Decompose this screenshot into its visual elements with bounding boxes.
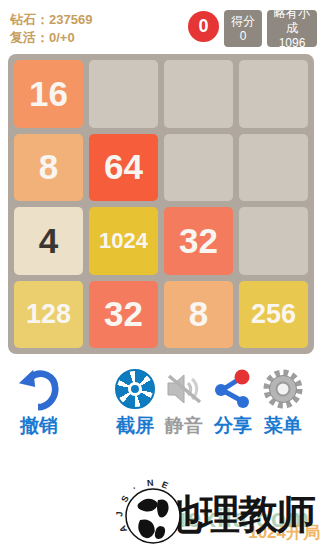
gear-icon xyxy=(261,366,305,412)
empty-cell xyxy=(89,60,158,128)
tile-32: 32 xyxy=(164,207,233,275)
globe-rim-letter: J xyxy=(114,511,124,517)
tile-8: 8 xyxy=(164,281,233,349)
score-value: 0 xyxy=(228,29,258,44)
tile-64: 64 xyxy=(89,134,158,202)
globe-rim-letter: N xyxy=(147,478,154,489)
currency-panel: 钻石：237569 复活：0/+0 xyxy=(10,11,92,47)
share-label: 分享 xyxy=(214,413,252,439)
empty-cell xyxy=(239,134,308,202)
empty-cell xyxy=(239,60,308,128)
menu-label: 菜单 xyxy=(264,413,302,439)
watermark-brand-text: 地理教师 xyxy=(162,487,314,542)
game-board[interactable]: 168644102432128328256 xyxy=(8,54,314,354)
share-icon xyxy=(213,366,253,412)
toolbar: 撤销 截屏 静音 分享 xyxy=(0,366,322,444)
header: 钻石：237569 复活：0/+0 0 得分 0 略有小成 1096 xyxy=(0,0,322,54)
undo-button[interactable]: 撤销 xyxy=(10,366,68,439)
tile-1024: 1024 xyxy=(89,207,158,275)
mute-button[interactable]: 静音 xyxy=(160,366,208,439)
screenshot-aperture-icon xyxy=(115,366,155,412)
achievement-title: 略有小成 xyxy=(271,6,313,36)
empty-cell xyxy=(239,207,308,275)
achievement-button[interactable]: 略有小成 1096 xyxy=(267,10,317,47)
diamonds-count: 钻石：237569 xyxy=(10,11,92,29)
menu-button[interactable]: 菜单 xyxy=(257,366,309,439)
tile-256: 256 xyxy=(239,281,308,349)
achievement-value: 1096 xyxy=(271,36,313,51)
empty-cell xyxy=(164,60,233,128)
revive-count: 复活：0/+0 xyxy=(10,29,92,47)
share-button[interactable]: 分享 xyxy=(209,366,257,439)
mute-label: 静音 xyxy=(165,413,203,439)
tile-128: 128 xyxy=(14,281,83,349)
notification-badge: 0 xyxy=(188,11,219,42)
screenshot-label: 截屏 xyxy=(116,413,154,439)
undo-icon xyxy=(17,366,61,412)
screenshot-button[interactable]: 截屏 xyxy=(110,366,160,439)
mute-speaker-icon xyxy=(163,366,205,412)
globe-stamp-icon xyxy=(124,482,182,550)
score-title: 得分 xyxy=(228,14,258,29)
tile-8: 8 xyxy=(14,134,83,202)
score-button[interactable]: 得分 0 xyxy=(224,10,262,47)
tile-16: 16 xyxy=(14,60,83,128)
tile-4: 4 xyxy=(14,207,83,275)
undo-label: 撤销 xyxy=(20,413,58,439)
empty-cell xyxy=(164,134,233,202)
tile-32: 32 xyxy=(89,281,158,349)
